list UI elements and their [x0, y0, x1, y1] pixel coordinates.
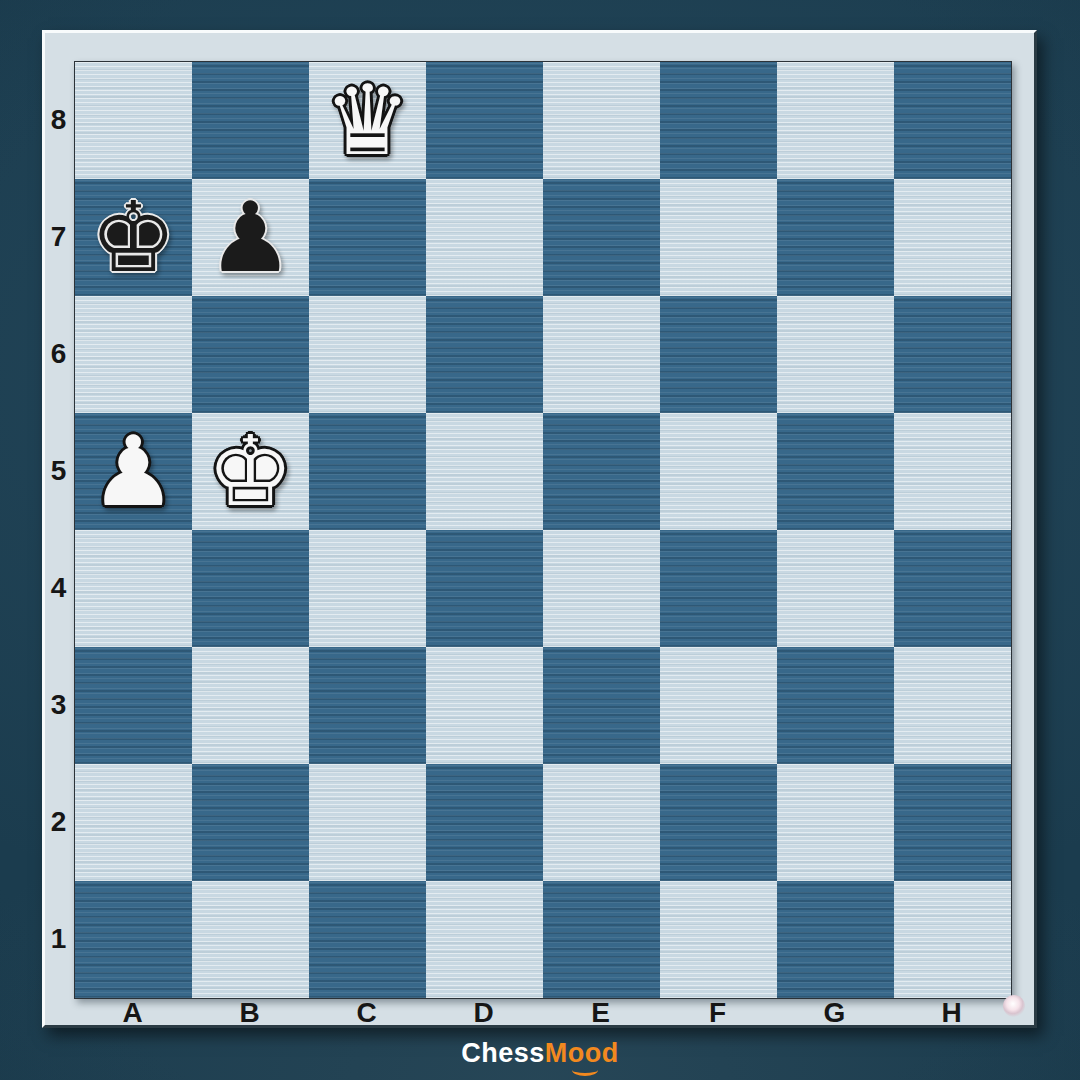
rank-label-6: 6 — [45, 295, 72, 412]
square-h2[interactable] — [894, 764, 1011, 881]
file-label-b: B — [191, 999, 308, 1027]
square-b3[interactable] — [192, 647, 309, 764]
square-e2[interactable] — [543, 764, 660, 881]
square-b4[interactable] — [192, 530, 309, 647]
rank-label-8: 8 — [45, 61, 72, 178]
square-g1[interactable] — [777, 881, 894, 998]
square-a5[interactable]: ♟ — [75, 413, 192, 530]
square-e4[interactable] — [543, 530, 660, 647]
square-f5[interactable] — [660, 413, 777, 530]
square-d6[interactable] — [426, 296, 543, 413]
square-a3[interactable] — [75, 647, 192, 764]
square-a1[interactable] — [75, 881, 192, 998]
square-c5[interactable] — [309, 413, 426, 530]
board-frame: ♛♚♟♟♚ 87654321 ABCDEFGH — [42, 30, 1037, 1028]
square-b6[interactable] — [192, 296, 309, 413]
square-f6[interactable] — [660, 296, 777, 413]
square-a4[interactable] — [75, 530, 192, 647]
file-label-h: H — [893, 999, 1010, 1027]
file-label-a: A — [74, 999, 191, 1027]
piece-white-pawn-a5[interactable]: ♟ — [90, 423, 177, 520]
square-f4[interactable] — [660, 530, 777, 647]
rank-label-2: 2 — [45, 763, 72, 880]
logo-text-oo: oo — [568, 1038, 602, 1069]
file-label-f: F — [659, 999, 776, 1027]
square-e7[interactable] — [543, 179, 660, 296]
square-c7[interactable] — [309, 179, 426, 296]
square-g3[interactable] — [777, 647, 894, 764]
rank-label-5: 5 — [45, 412, 72, 529]
logo-text-chess: Chess — [461, 1038, 545, 1068]
square-f1[interactable] — [660, 881, 777, 998]
square-h7[interactable] — [894, 179, 1011, 296]
square-h5[interactable] — [894, 413, 1011, 530]
square-c2[interactable] — [309, 764, 426, 881]
square-h8[interactable] — [894, 62, 1011, 179]
square-f8[interactable] — [660, 62, 777, 179]
square-b2[interactable] — [192, 764, 309, 881]
square-h6[interactable] — [894, 296, 1011, 413]
square-h4[interactable] — [894, 530, 1011, 647]
square-d4[interactable] — [426, 530, 543, 647]
square-g5[interactable] — [777, 413, 894, 530]
square-d1[interactable] — [426, 881, 543, 998]
square-f7[interactable] — [660, 179, 777, 296]
rank-label-3: 3 — [45, 646, 72, 763]
rank-label-1: 1 — [45, 880, 72, 997]
piece-black-pawn-b7[interactable]: ♟ — [207, 189, 294, 286]
square-c1[interactable] — [309, 881, 426, 998]
square-b8[interactable] — [192, 62, 309, 179]
chess-board: ♛♚♟♟♚ — [74, 61, 1012, 999]
square-b5[interactable]: ♚ — [192, 413, 309, 530]
square-a2[interactable] — [75, 764, 192, 881]
square-d3[interactable] — [426, 647, 543, 764]
square-c3[interactable] — [309, 647, 426, 764]
square-g7[interactable] — [777, 179, 894, 296]
square-e1[interactable] — [543, 881, 660, 998]
square-f2[interactable] — [660, 764, 777, 881]
square-b1[interactable] — [192, 881, 309, 998]
square-h3[interactable] — [894, 647, 1011, 764]
square-h1[interactable] — [894, 881, 1011, 998]
piece-white-king-b5[interactable]: ♚ — [207, 423, 294, 520]
square-a7[interactable]: ♚ — [75, 179, 192, 296]
square-e6[interactable] — [543, 296, 660, 413]
page-background: ♛♚♟♟♚ 87654321 ABCDEFGH ChessMood — [0, 0, 1080, 1080]
square-g2[interactable] — [777, 764, 894, 881]
square-c8[interactable]: ♛ — [309, 62, 426, 179]
square-d5[interactable] — [426, 413, 543, 530]
chessmood-logo: ChessMood — [0, 1038, 1080, 1069]
logo-text-m: M — [545, 1038, 568, 1068]
rank-label-4: 4 — [45, 529, 72, 646]
square-a8[interactable] — [75, 62, 192, 179]
file-label-d: D — [425, 999, 542, 1027]
square-g8[interactable] — [777, 62, 894, 179]
square-f3[interactable] — [660, 647, 777, 764]
square-e3[interactable] — [543, 647, 660, 764]
square-e5[interactable] — [543, 413, 660, 530]
file-label-c: C — [308, 999, 425, 1027]
square-a6[interactable] — [75, 296, 192, 413]
square-d7[interactable] — [426, 179, 543, 296]
file-label-e: E — [542, 999, 659, 1027]
square-d2[interactable] — [426, 764, 543, 881]
square-c4[interactable] — [309, 530, 426, 647]
pearl-dot — [1003, 995, 1025, 1017]
square-c6[interactable] — [309, 296, 426, 413]
square-g4[interactable] — [777, 530, 894, 647]
square-g6[interactable] — [777, 296, 894, 413]
logo-text-d: d — [602, 1038, 619, 1068]
square-e8[interactable] — [543, 62, 660, 179]
piece-black-king-a7[interactable]: ♚ — [90, 189, 177, 286]
square-b7[interactable]: ♟ — [192, 179, 309, 296]
piece-white-queen-c8[interactable]: ♛ — [324, 72, 411, 169]
file-label-g: G — [776, 999, 893, 1027]
square-d8[interactable] — [426, 62, 543, 179]
rank-label-7: 7 — [45, 178, 72, 295]
